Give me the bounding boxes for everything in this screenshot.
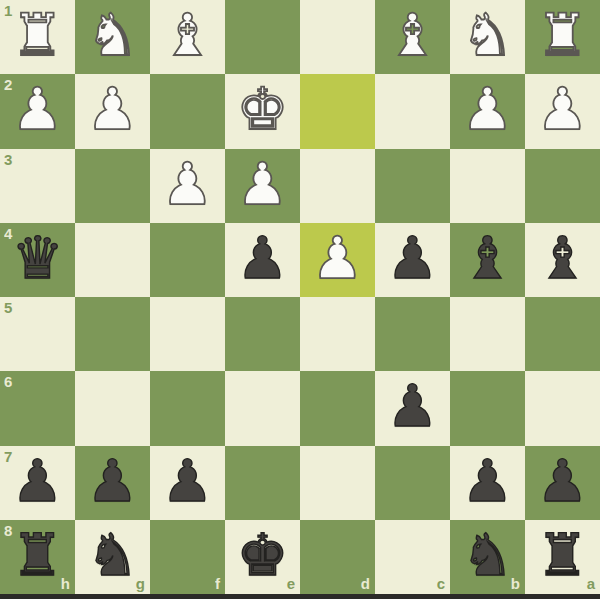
black-pawn-h7[interactable]: ♟	[12, 452, 64, 510]
black-rook-h8[interactable]: ♜	[12, 526, 64, 584]
bottom-bar	[0, 594, 600, 599]
square-g8[interactable]: g♞	[75, 520, 150, 594]
file-label-g: g	[136, 576, 145, 591]
rank-label-7: 7	[4, 449, 12, 464]
square-f4[interactable]	[150, 223, 225, 297]
square-g7[interactable]: ♟	[75, 446, 150, 520]
white-pawn-d4[interactable]: ♟	[312, 229, 364, 287]
square-a1[interactable]: ♜	[525, 0, 600, 74]
square-a6[interactable]	[525, 371, 600, 445]
square-g5[interactable]	[75, 297, 150, 371]
square-d4[interactable]: ♟	[300, 223, 375, 297]
square-h1[interactable]: 1♜	[0, 0, 75, 74]
rank-label-2: 2	[4, 77, 12, 92]
rank-label-4: 4	[4, 226, 12, 241]
square-h8[interactable]: 8h♜	[0, 520, 75, 594]
square-c6[interactable]: ♟	[375, 371, 450, 445]
square-b7[interactable]: ♟	[450, 446, 525, 520]
square-f2[interactable]	[150, 74, 225, 148]
white-pawn-g2[interactable]: ♟	[87, 80, 139, 138]
rank-label-3: 3	[4, 152, 12, 167]
white-pawn-h2[interactable]: ♟	[12, 80, 64, 138]
square-b4[interactable]: ♝	[450, 223, 525, 297]
square-c4[interactable]: ♟	[375, 223, 450, 297]
square-a5[interactable]	[525, 297, 600, 371]
square-g3[interactable]	[75, 149, 150, 223]
white-pawn-a2[interactable]: ♟	[537, 80, 589, 138]
file-label-e: e	[287, 576, 295, 591]
square-g1[interactable]: ♞	[75, 0, 150, 74]
square-g2[interactable]: ♟	[75, 74, 150, 148]
file-label-c: c	[437, 576, 445, 591]
black-bishop-b4[interactable]: ♝	[462, 229, 514, 287]
square-f7[interactable]: ♟	[150, 446, 225, 520]
square-a4[interactable]: ♝	[525, 223, 600, 297]
black-queen-h4[interactable]: ♛	[12, 229, 64, 287]
file-label-h: h	[61, 576, 70, 591]
square-g6[interactable]	[75, 371, 150, 445]
square-a3[interactable]	[525, 149, 600, 223]
file-label-b: b	[511, 576, 520, 591]
white-rook-a1[interactable]: ♜	[537, 6, 589, 64]
square-a8[interactable]: a♜	[525, 520, 600, 594]
black-pawn-b7[interactable]: ♟	[462, 452, 514, 510]
rank-label-8: 8	[4, 523, 12, 538]
rank-label-5: 5	[4, 300, 12, 315]
black-pawn-f7[interactable]: ♟	[162, 452, 214, 510]
square-h3[interactable]: 3	[0, 149, 75, 223]
square-c3[interactable]	[375, 149, 450, 223]
chess-board: 1♜♞♝♝♞♜2♟♟♚♟♟3♟♟4♛♟♟♟♝♝56♟7♟♟♟♟♟8h♜g♞fe♚…	[0, 0, 600, 594]
square-h4[interactable]: 4♛	[0, 223, 75, 297]
square-d2[interactable]	[300, 74, 375, 148]
black-pawn-e4[interactable]: ♟	[237, 229, 289, 287]
square-h2[interactable]: 2♟	[0, 74, 75, 148]
square-d8[interactable]: d	[300, 520, 375, 594]
square-b6[interactable]	[450, 371, 525, 445]
square-e7[interactable]	[225, 446, 300, 520]
square-f6[interactable]	[150, 371, 225, 445]
black-pawn-a7[interactable]: ♟	[537, 452, 589, 510]
square-h7[interactable]: 7♟	[0, 446, 75, 520]
white-rook-h1[interactable]: ♜	[12, 6, 64, 64]
black-pawn-c6[interactable]: ♟	[387, 377, 439, 435]
white-pawn-e3[interactable]: ♟	[237, 155, 289, 213]
black-pawn-g7[interactable]: ♟	[87, 452, 139, 510]
square-e3[interactable]: ♟	[225, 149, 300, 223]
square-e6[interactable]	[225, 371, 300, 445]
square-b3[interactable]	[450, 149, 525, 223]
square-b2[interactable]: ♟	[450, 74, 525, 148]
white-bishop-c1[interactable]: ♝	[387, 6, 439, 64]
square-a7[interactable]: ♟	[525, 446, 600, 520]
white-pawn-f3[interactable]: ♟	[162, 155, 214, 213]
rank-label-1: 1	[4, 3, 12, 18]
square-f3[interactable]: ♟	[150, 149, 225, 223]
white-pawn-b2[interactable]: ♟	[462, 80, 514, 138]
square-d7[interactable]	[300, 446, 375, 520]
square-h6[interactable]: 6	[0, 371, 75, 445]
square-e4[interactable]: ♟	[225, 223, 300, 297]
white-king-e2[interactable]: ♚	[237, 80, 289, 138]
rank-label-6: 6	[4, 374, 12, 389]
square-e1[interactable]	[225, 0, 300, 74]
square-e8[interactable]: e♚	[225, 520, 300, 594]
black-king-e8[interactable]: ♚	[237, 526, 289, 584]
black-bishop-a4[interactable]: ♝	[537, 229, 589, 287]
white-knight-b1[interactable]: ♞	[462, 6, 514, 64]
file-label-d: d	[361, 576, 370, 591]
square-h5[interactable]: 5	[0, 297, 75, 371]
square-g4[interactable]	[75, 223, 150, 297]
file-label-f: f	[215, 576, 220, 591]
white-bishop-f1[interactable]: ♝	[162, 6, 214, 64]
black-knight-g8[interactable]: ♞	[87, 526, 139, 584]
chess-app: 1♜♞♝♝♞♜2♟♟♚♟♟3♟♟4♛♟♟♟♝♝56♟7♟♟♟♟♟8h♜g♞fe♚…	[0, 0, 600, 599]
square-d1[interactable]	[300, 0, 375, 74]
square-c1[interactable]: ♝	[375, 0, 450, 74]
square-a2[interactable]: ♟	[525, 74, 600, 148]
black-rook-a8[interactable]: ♜	[537, 526, 589, 584]
square-e2[interactable]: ♚	[225, 74, 300, 148]
square-d5[interactable]	[300, 297, 375, 371]
square-b8[interactable]: b♞	[450, 520, 525, 594]
square-b1[interactable]: ♞	[450, 0, 525, 74]
square-c5[interactable]	[375, 297, 450, 371]
square-c2[interactable]	[375, 74, 450, 148]
black-knight-b8[interactable]: ♞	[462, 526, 514, 584]
square-c7[interactable]	[375, 446, 450, 520]
square-d3[interactable]	[300, 149, 375, 223]
square-f8[interactable]: f	[150, 520, 225, 594]
square-d6[interactable]	[300, 371, 375, 445]
white-knight-g1[interactable]: ♞	[87, 6, 139, 64]
square-b5[interactable]	[450, 297, 525, 371]
black-pawn-c4[interactable]: ♟	[387, 229, 439, 287]
square-f1[interactable]: ♝	[150, 0, 225, 74]
square-e5[interactable]	[225, 297, 300, 371]
square-f5[interactable]	[150, 297, 225, 371]
square-c8[interactable]: c	[375, 520, 450, 594]
file-label-a: a	[587, 576, 595, 591]
